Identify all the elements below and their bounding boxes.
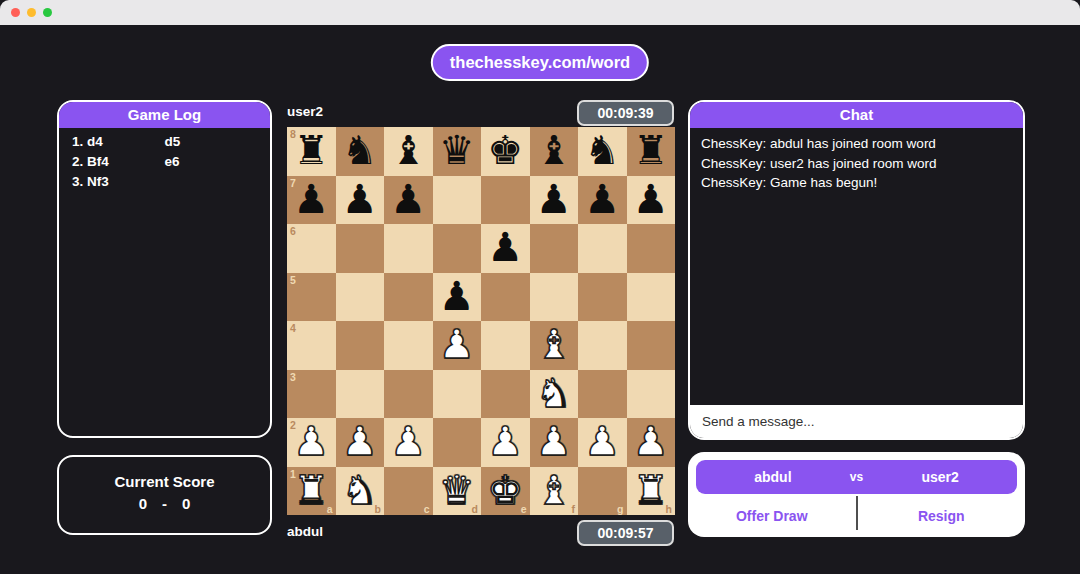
rank-label: 5 (290, 274, 296, 286)
score-separator: - (162, 495, 167, 512)
offer-draw-button[interactable]: Offer Draw (688, 508, 856, 524)
opponent-clock: 00:09:39 (577, 100, 674, 126)
black-pawn-piece: ♟ (633, 175, 669, 223)
square-d6[interactable] (433, 224, 482, 273)
black-knight-piece: ♞ (584, 126, 620, 174)
match-player-left: abdul (696, 469, 850, 485)
square-f5[interactable] (530, 273, 579, 322)
chat-message-input[interactable] (690, 405, 1023, 438)
file-label: f (572, 503, 576, 515)
black-pawn-piece: ♟ (584, 175, 620, 223)
square-g5[interactable] (578, 273, 627, 322)
black-move: d5 (165, 134, 258, 154)
white-pawn-piece: ♟ (293, 417, 329, 465)
black-pawn-piece: ♟ (536, 175, 572, 223)
white-king-piece: ♚ (487, 466, 523, 514)
match-player-right: user2 (863, 469, 1017, 485)
chess-board: 8♜♞♝♛♚♝♞♜7♟♟♟♟♟♟6♟5♟4♟♝3♞2♟♟♟♟♟♟♟1a♜b♞cd… (287, 127, 675, 515)
square-h7[interactable]: ♟ (627, 176, 676, 225)
chat-input-area (690, 405, 1023, 438)
match-buttons: Offer Draw Resign (688, 494, 1025, 537)
chat-panel: Chat ChessKey: abdul has joined room wor… (688, 100, 1025, 440)
square-g3[interactable] (578, 370, 627, 419)
square-a5[interactable]: 5 (287, 273, 336, 322)
game-log-moves: 1. d4 d5 2. Bf4 e6 3. Nf3 (59, 128, 270, 200)
score-right: 0 (182, 495, 190, 512)
current-score-panel: Current Score 0 - 0 (57, 455, 272, 535)
white-bishop-piece: ♝ (536, 320, 572, 368)
square-f2[interactable]: ♟ (530, 418, 579, 467)
move-row: 2. Bf4 e6 (72, 154, 257, 174)
minimize-window-icon[interactable] (27, 8, 36, 17)
chat-message: ChessKey: abdul has joined room word (701, 134, 1012, 154)
square-c2[interactable]: ♟ (384, 418, 433, 467)
chat-title: Chat (690, 102, 1023, 128)
player-clock: 00:09:57 (577, 520, 674, 546)
square-b8[interactable]: ♞ (336, 127, 385, 176)
black-pawn-piece: ♟ (390, 175, 426, 223)
chat-messages: ChessKey: abdul has joined room word Che… (690, 128, 1023, 199)
close-window-icon[interactable] (11, 8, 20, 17)
square-g4[interactable] (578, 321, 627, 370)
square-a8[interactable]: 8♜ (287, 127, 336, 176)
square-d4[interactable]: ♟ (433, 321, 482, 370)
resign-button[interactable]: Resign (858, 508, 1026, 524)
white-rook-piece: ♜ (633, 466, 669, 514)
square-f6[interactable] (530, 224, 579, 273)
rank-label: 3 (290, 371, 296, 383)
square-a2[interactable]: 2♟ (287, 418, 336, 467)
square-b7[interactable]: ♟ (336, 176, 385, 225)
white-queen-piece: ♛ (439, 466, 475, 514)
square-e6[interactable]: ♟ (481, 224, 530, 273)
score-title: Current Score (59, 473, 270, 490)
square-f3[interactable]: ♞ (530, 370, 579, 419)
move-row: 1. d4 d5 (72, 134, 257, 154)
app-background: thechesskey.com/word Game Log 1. d4 d5 2… (0, 25, 1080, 574)
square-h1[interactable]: h♜ (627, 467, 676, 516)
white-pawn-piece: ♟ (390, 417, 426, 465)
white-bishop-piece: ♝ (536, 466, 572, 514)
square-d1[interactable]: d♛ (433, 467, 482, 516)
square-e2[interactable]: ♟ (481, 418, 530, 467)
square-c7[interactable]: ♟ (384, 176, 433, 225)
white-pawn-piece: ♟ (342, 417, 378, 465)
square-b5[interactable] (336, 273, 385, 322)
match-banner: abdul vs user2 (696, 460, 1017, 494)
black-pawn-piece: ♟ (293, 175, 329, 223)
square-h2[interactable]: ♟ (627, 418, 676, 467)
match-panel: abdul vs user2 Offer Draw Resign (688, 452, 1025, 537)
black-pawn-piece: ♟ (439, 272, 475, 320)
file-label: g (617, 503, 623, 515)
move-row: 3. Nf3 (72, 174, 257, 194)
square-c5[interactable] (384, 273, 433, 322)
square-c3[interactable] (384, 370, 433, 419)
rank-label: 6 (290, 225, 296, 237)
square-g7[interactable]: ♟ (578, 176, 627, 225)
white-knight-piece: ♞ (536, 369, 572, 417)
maximize-window-icon[interactable] (43, 8, 52, 17)
square-b4[interactable] (336, 321, 385, 370)
black-queen-piece: ♛ (439, 126, 475, 174)
vs-label: vs (850, 470, 863, 484)
square-d2[interactable] (433, 418, 482, 467)
white-pawn-piece: ♟ (439, 320, 475, 368)
chat-message: ChessKey: user2 has joined room word (701, 154, 1012, 174)
game-log-panel: Game Log 1. d4 d5 2. Bf4 e6 3. Nf3 (57, 100, 272, 438)
square-h5[interactable] (627, 273, 676, 322)
black-knight-piece: ♞ (342, 126, 378, 174)
square-g2[interactable]: ♟ (578, 418, 627, 467)
square-f4[interactable]: ♝ (530, 321, 579, 370)
square-h4[interactable] (627, 321, 676, 370)
black-pawn-piece: ♟ (342, 175, 378, 223)
player-name: abdul (287, 524, 323, 539)
square-e7[interactable] (481, 176, 530, 225)
black-pawn-piece: ♟ (487, 223, 523, 271)
square-a1[interactable]: 1a♜ (287, 467, 336, 516)
square-d8[interactable]: ♛ (433, 127, 482, 176)
square-h6[interactable] (627, 224, 676, 273)
white-pawn-piece: ♟ (536, 417, 572, 465)
chat-message: ChessKey: Game has begun! (701, 173, 1012, 193)
opponent-name: user2 (287, 104, 323, 119)
room-url-pill[interactable]: thechesskey.com/word (431, 44, 649, 81)
file-label: c (424, 503, 430, 515)
black-bishop-piece: ♝ (536, 126, 572, 174)
rank-label: 4 (290, 322, 296, 334)
square-f1[interactable]: f♝ (530, 467, 579, 516)
square-b1[interactable]: b♞ (336, 467, 385, 516)
black-move (165, 174, 258, 194)
square-a7[interactable]: 7♟ (287, 176, 336, 225)
square-e4[interactable] (481, 321, 530, 370)
square-c6[interactable] (384, 224, 433, 273)
white-knight-piece: ♞ (342, 466, 378, 514)
white-move: 2. Bf4 (72, 154, 165, 174)
white-pawn-piece: ♟ (633, 417, 669, 465)
white-rook-piece: ♜ (293, 466, 329, 514)
square-f7[interactable]: ♟ (530, 176, 579, 225)
square-a4[interactable]: 4 (287, 321, 336, 370)
square-a3[interactable]: 3 (287, 370, 336, 419)
square-d7[interactable] (433, 176, 482, 225)
square-g6[interactable] (578, 224, 627, 273)
square-b2[interactable]: ♟ (336, 418, 385, 467)
black-king-piece: ♚ (487, 126, 523, 174)
square-e1[interactable]: e♚ (481, 467, 530, 516)
square-h3[interactable] (627, 370, 676, 419)
square-b3[interactable] (336, 370, 385, 419)
square-f8[interactable]: ♝ (530, 127, 579, 176)
window-titlebar (0, 0, 1080, 25)
white-move: 3. Nf3 (72, 174, 165, 194)
white-pawn-piece: ♟ (584, 417, 620, 465)
square-e3[interactable] (481, 370, 530, 419)
black-move: e6 (165, 154, 258, 174)
square-b6[interactable] (336, 224, 385, 273)
square-g8[interactable]: ♞ (578, 127, 627, 176)
square-d3[interactable] (433, 370, 482, 419)
square-h8[interactable]: ♜ (627, 127, 676, 176)
score-value: 0 - 0 (59, 495, 270, 512)
black-rook-piece: ♜ (633, 126, 669, 174)
square-c4[interactable] (384, 321, 433, 370)
game-log-title: Game Log (59, 102, 270, 128)
white-move: 1. d4 (72, 134, 165, 154)
black-bishop-piece: ♝ (390, 126, 426, 174)
square-e8[interactable]: ♚ (481, 127, 530, 176)
square-d5[interactable]: ♟ (433, 273, 482, 322)
square-c8[interactable]: ♝ (384, 127, 433, 176)
white-pawn-piece: ♟ (487, 417, 523, 465)
square-g1[interactable]: g (578, 467, 627, 516)
black-rook-piece: ♜ (293, 126, 329, 174)
square-a6[interactable]: 6 (287, 224, 336, 273)
square-e5[interactable] (481, 273, 530, 322)
score-left: 0 (139, 495, 147, 512)
square-c1[interactable]: c (384, 467, 433, 516)
